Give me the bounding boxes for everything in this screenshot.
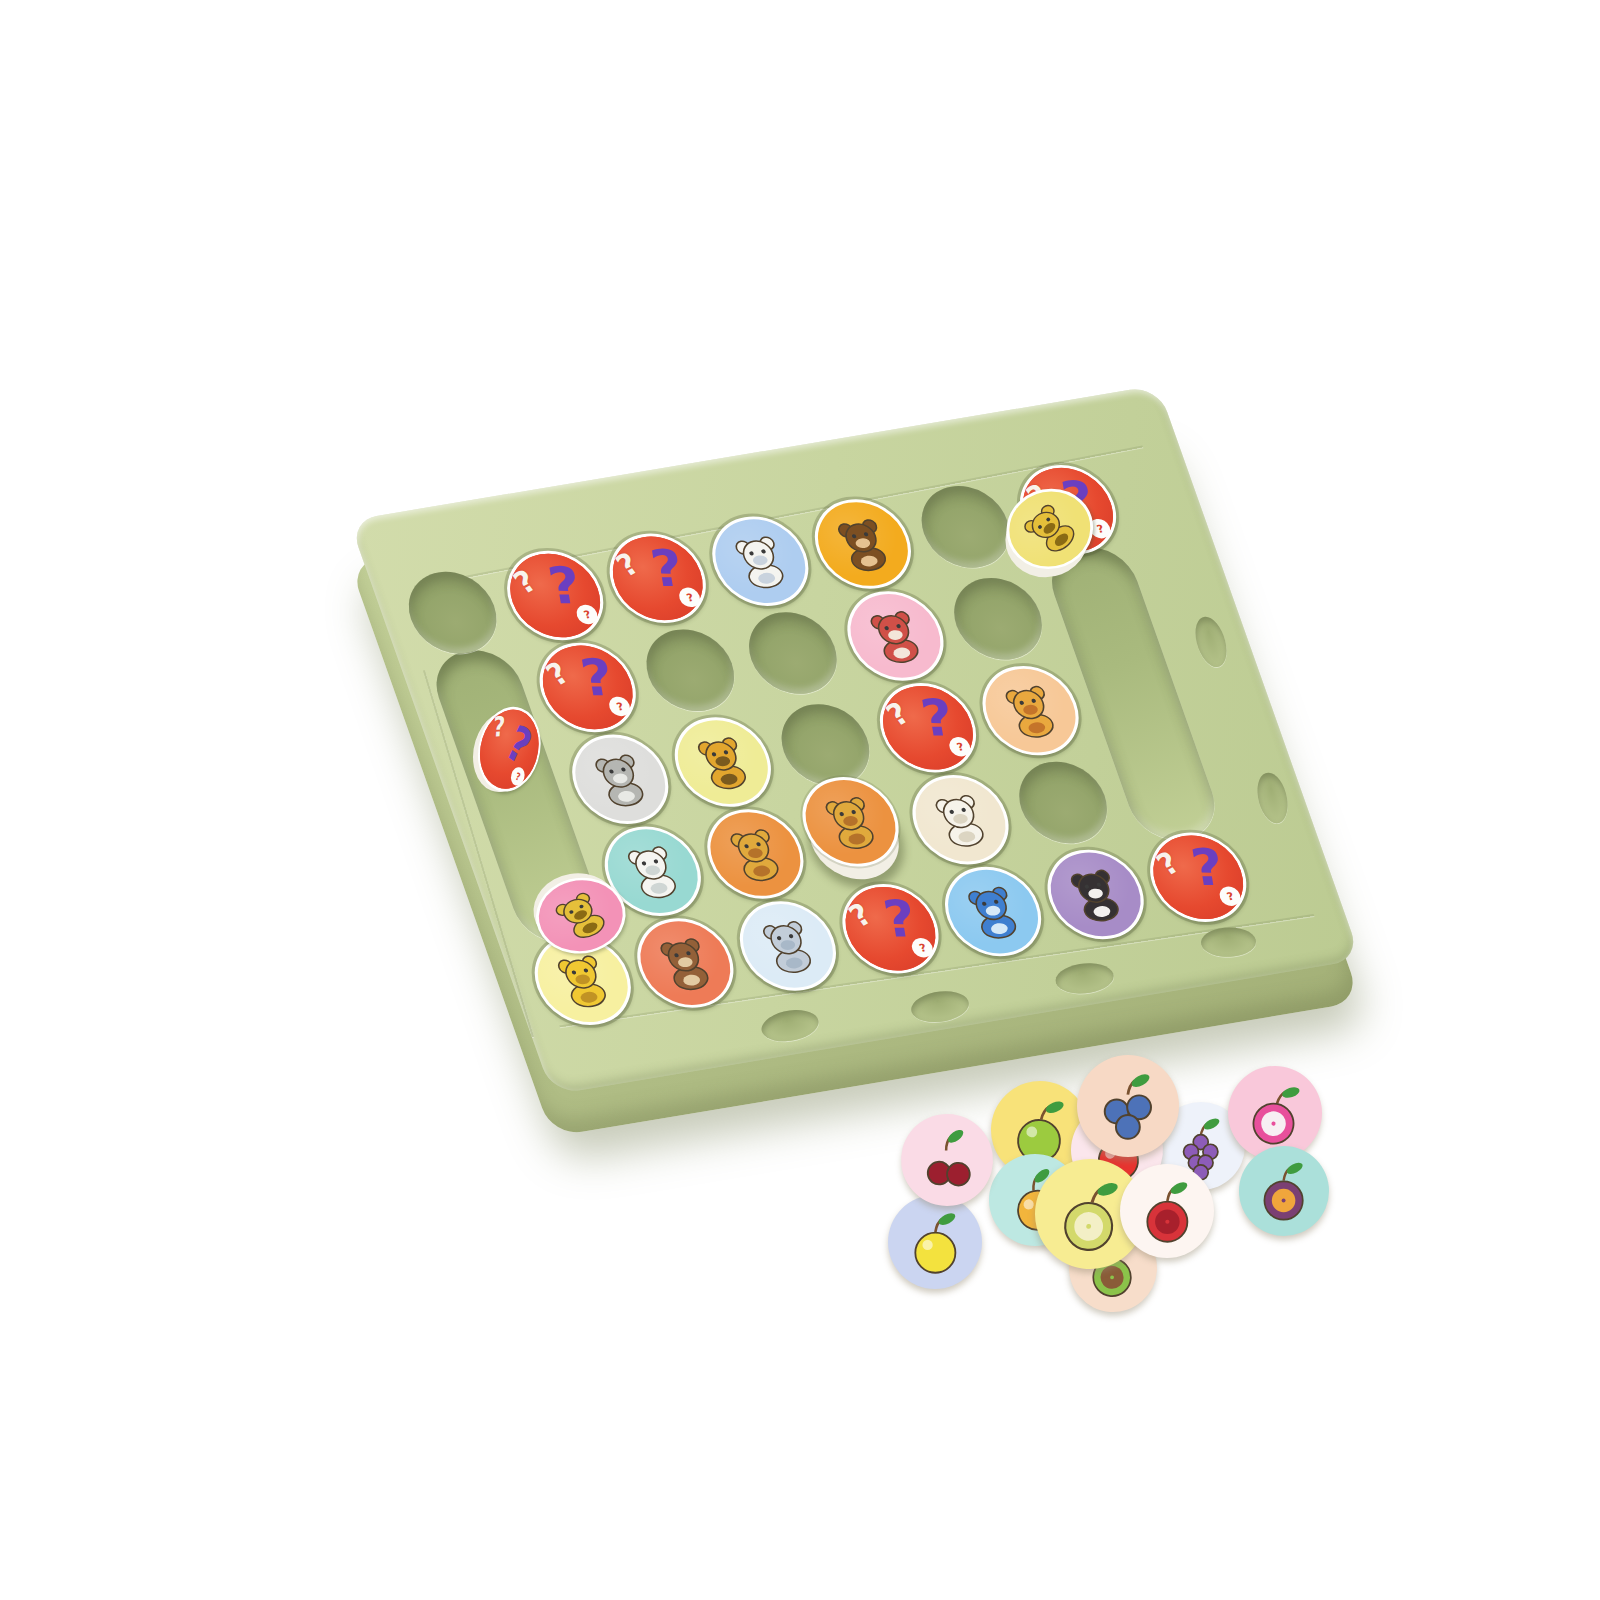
tile-question[interactable]: ??? <box>830 877 952 980</box>
board-hole <box>397 566 508 660</box>
edge-notch <box>906 987 974 1027</box>
question-mark-art: ??? <box>1141 829 1255 926</box>
tile-koala[interactable] <box>559 728 681 831</box>
tile-squirrel[interactable] <box>834 584 956 687</box>
tile-dolphin[interactable] <box>932 860 1054 963</box>
question-mark-art: ??? <box>498 547 612 644</box>
edge-notch <box>1051 959 1118 997</box>
fruit-tile-passion_fruit[interactable] <box>1239 1146 1329 1236</box>
board-hole <box>1007 755 1118 849</box>
edge-notch <box>756 1005 824 1047</box>
tile-dog[interactable] <box>699 510 821 613</box>
tile-question[interactable]: ??? <box>527 636 649 739</box>
fruit-tile-blueberry[interactable] <box>1077 1055 1179 1157</box>
tile-pig[interactable] <box>1035 843 1157 946</box>
tile-lion[interactable] <box>970 659 1092 762</box>
edge-notch <box>1254 773 1291 824</box>
board-hole <box>635 623 746 717</box>
tile-cow[interactable] <box>694 802 816 905</box>
tile-bee[interactable] <box>662 710 784 813</box>
tile-owl[interactable] <box>624 911 746 1014</box>
board-hole <box>737 606 848 700</box>
product-photo-scene: ???????????????????????? <box>0 0 1600 1600</box>
tile-question[interactable]: ??? <box>597 527 719 630</box>
tile-sheep[interactable] <box>900 768 1022 871</box>
fruit-tile-cherry[interactable] <box>895 1108 999 1212</box>
question-mark-art: ??? <box>834 880 948 977</box>
board-hole <box>942 572 1053 666</box>
tile-elephant[interactable] <box>727 894 849 997</box>
question-mark-art: ??? <box>871 680 985 777</box>
fruit-tile-pomegranate[interactable] <box>1120 1164 1214 1258</box>
question-mark-art: ??? <box>531 639 645 736</box>
board-hole <box>770 698 881 792</box>
tile-cow[interactable] <box>790 770 912 873</box>
fruit-tile-lemon[interactable] <box>888 1195 982 1289</box>
question-mark-art: ??? <box>601 530 715 627</box>
tile-question[interactable]: ??? <box>1137 826 1259 929</box>
tile-question[interactable]: ??? <box>494 544 616 647</box>
tile-question[interactable]: ??? <box>867 676 989 779</box>
edge-notch <box>1191 616 1232 668</box>
